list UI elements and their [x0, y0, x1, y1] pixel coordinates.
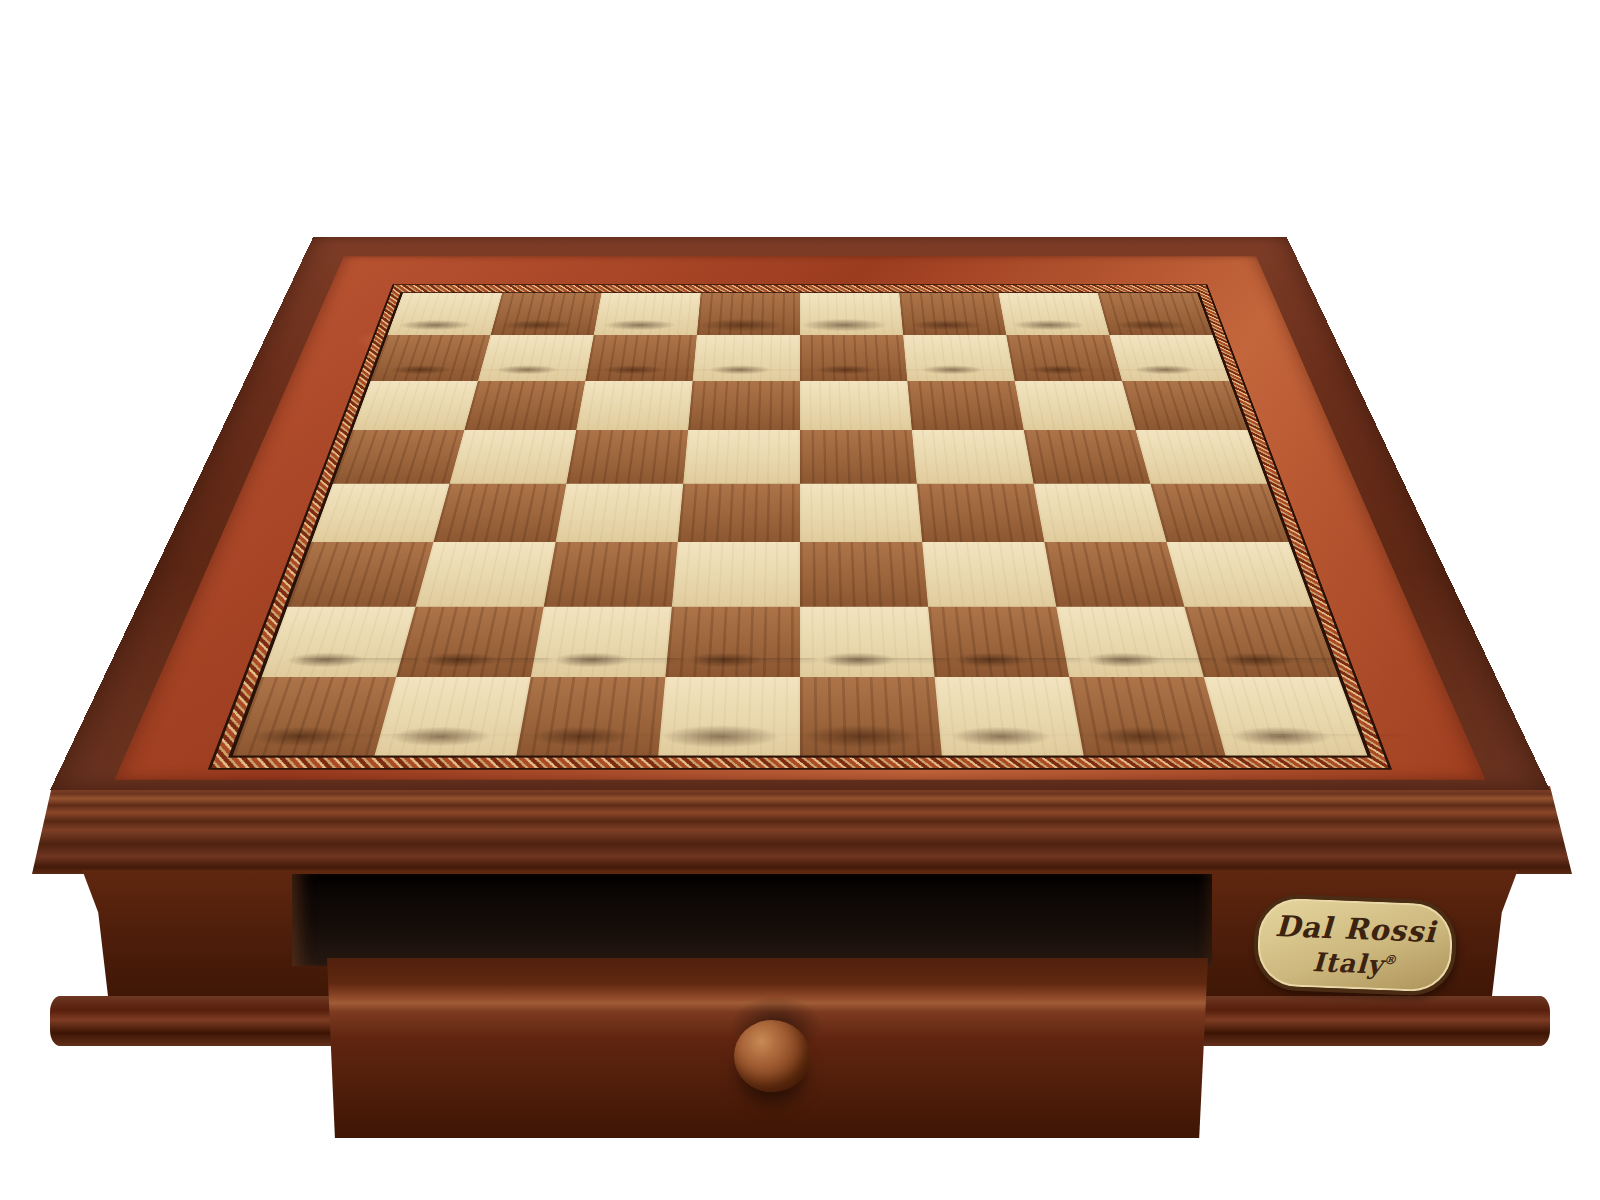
board-square: [1122, 381, 1247, 430]
chess-board: ♜♞♝♚♛♝♞♜♟♟♟♟♟♟♟♟♟♟♟♟♟♟♟♟♜♞♝♚♛♝♞♜: [50, 237, 1550, 790]
board-square: [1015, 381, 1136, 430]
product-photo: Dal Rossi Italy® ♜♞♝♚♛♝♞♜♟♟♟♟♟♟♟♟♟♟♟♟♟♟♟…: [0, 0, 1600, 1200]
board-scene: ♜♞♝♚♛♝♞♜♟♟♟♟♟♟♟♟♟♟♟♟♟♟♟♟♜♞♝♚♛♝♞♜: [0, 0, 1600, 1200]
board-square: [464, 381, 585, 430]
board-square: [353, 381, 478, 430]
